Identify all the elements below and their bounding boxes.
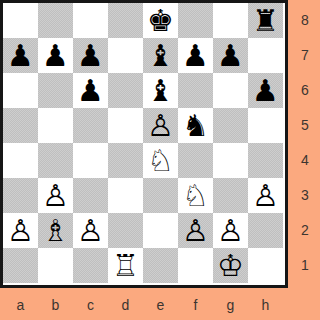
square-g5 (213, 108, 248, 143)
file-label-c: c (73, 292, 108, 318)
square-a2: ♙ (3, 213, 38, 248)
white-pawn-a2: ♙ (7, 213, 34, 248)
white-knight-e4: ♘ (147, 143, 174, 178)
black-pawn-a7: ♟ (7, 38, 34, 73)
square-a4 (3, 143, 38, 178)
square-h3: ♙ (248, 178, 283, 213)
square-f8 (178, 3, 213, 38)
rank-label-4: 4 (292, 143, 318, 178)
square-f3: ♘ (178, 178, 213, 213)
file-label-b: b (38, 292, 73, 318)
square-f5: ♞ (178, 108, 213, 143)
square-g3 (213, 178, 248, 213)
white-pawn-h3: ♙ (252, 178, 279, 213)
file-label-f: f (178, 292, 213, 318)
rank-label-8: 8 (292, 3, 318, 38)
square-b1 (38, 248, 73, 283)
square-c7: ♟ (73, 38, 108, 73)
square-g1: ♔ (213, 248, 248, 283)
white-rook-d1: ♖ (112, 248, 139, 283)
square-e6: ♝ (143, 73, 178, 108)
square-g2: ♙ (213, 213, 248, 248)
black-pawn-f7: ♟ (182, 38, 209, 73)
black-pawn-c6: ♟ (77, 73, 104, 108)
rank-label-3: 3 (292, 178, 318, 213)
file-label-e: e (143, 292, 178, 318)
square-b3: ♙ (38, 178, 73, 213)
square-d4 (108, 143, 143, 178)
square-c6: ♟ (73, 73, 108, 108)
square-b7: ♟ (38, 38, 73, 73)
white-pawn-g2: ♙ (217, 213, 244, 248)
white-pawn-f2: ♙ (182, 213, 209, 248)
black-pawn-c7: ♟ (77, 38, 104, 73)
square-e4: ♘ (143, 143, 178, 178)
square-c4 (73, 143, 108, 178)
black-rook-h8: ♜ (252, 3, 279, 38)
square-b4 (38, 143, 73, 178)
square-f1 (178, 248, 213, 283)
square-e7: ♝ (143, 38, 178, 73)
chess-board: ♚♜♟♟♟♝♟♟♟♝♟♙♞♘♙♘♙♙♗♙♙♙♖♔ (3, 3, 283, 283)
black-pawn-h6: ♟ (252, 73, 279, 108)
square-g7: ♟ (213, 38, 248, 73)
rank-label-1: 1 (292, 248, 318, 283)
black-pawn-b7: ♟ (42, 38, 69, 73)
square-a5 (3, 108, 38, 143)
square-c5 (73, 108, 108, 143)
file-label-h: h (248, 292, 283, 318)
square-g4 (213, 143, 248, 178)
square-f4 (178, 143, 213, 178)
rank-label-6: 6 (292, 73, 318, 108)
square-h5 (248, 108, 283, 143)
file-labels: abcdefgh (3, 292, 283, 318)
square-f6 (178, 73, 213, 108)
square-g8 (213, 3, 248, 38)
white-pawn-b3: ♙ (42, 178, 69, 213)
white-bishop-b2: ♗ (42, 213, 69, 248)
square-d2 (108, 213, 143, 248)
square-c3 (73, 178, 108, 213)
rank-label-5: 5 (292, 108, 318, 143)
square-b2: ♗ (38, 213, 73, 248)
square-b8 (38, 3, 73, 38)
square-h6: ♟ (248, 73, 283, 108)
chess-board-frame: ♚♜♟♟♟♝♟♟♟♝♟♙♞♘♙♘♙♙♗♙♙♙♖♔ (0, 0, 288, 288)
square-b5 (38, 108, 73, 143)
square-a3 (3, 178, 38, 213)
square-h7 (248, 38, 283, 73)
square-g6 (213, 73, 248, 108)
square-d7 (108, 38, 143, 73)
file-label-a: a (3, 292, 38, 318)
square-e8: ♚ (143, 3, 178, 38)
square-a6 (3, 73, 38, 108)
square-h2 (248, 213, 283, 248)
square-h4 (248, 143, 283, 178)
white-king-g1: ♔ (217, 248, 244, 283)
square-e3 (143, 178, 178, 213)
white-pawn-e5: ♙ (147, 108, 174, 143)
square-c2: ♙ (73, 213, 108, 248)
black-bishop-e6: ♝ (147, 73, 174, 108)
square-d3 (108, 178, 143, 213)
rank-labels: 87654321 (292, 3, 318, 283)
black-pawn-g7: ♟ (217, 38, 244, 73)
black-king-e8: ♚ (147, 3, 174, 38)
file-label-d: d (108, 292, 143, 318)
square-e5: ♙ (143, 108, 178, 143)
white-knight-f3: ♘ (182, 178, 209, 213)
square-h1 (248, 248, 283, 283)
black-bishop-e7: ♝ (147, 38, 174, 73)
white-pawn-c2: ♙ (77, 213, 104, 248)
square-e2 (143, 213, 178, 248)
square-a8 (3, 3, 38, 38)
square-a1 (3, 248, 38, 283)
square-c1 (73, 248, 108, 283)
square-a7: ♟ (3, 38, 38, 73)
square-d6 (108, 73, 143, 108)
square-f7: ♟ (178, 38, 213, 73)
square-f2: ♙ (178, 213, 213, 248)
rank-label-7: 7 (292, 38, 318, 73)
black-knight-f5: ♞ (182, 108, 209, 143)
square-b6 (38, 73, 73, 108)
file-label-g: g (213, 292, 248, 318)
rank-label-2: 2 (292, 213, 318, 248)
square-d8 (108, 3, 143, 38)
chess-diagram-page: ♚♜♟♟♟♝♟♟♟♝♟♙♞♘♙♘♙♙♗♙♙♙♖♔ 87654321 abcdef… (0, 0, 320, 320)
square-c8 (73, 3, 108, 38)
square-d5 (108, 108, 143, 143)
square-d1: ♖ (108, 248, 143, 283)
square-h8: ♜ (248, 3, 283, 38)
square-e1 (143, 248, 178, 283)
